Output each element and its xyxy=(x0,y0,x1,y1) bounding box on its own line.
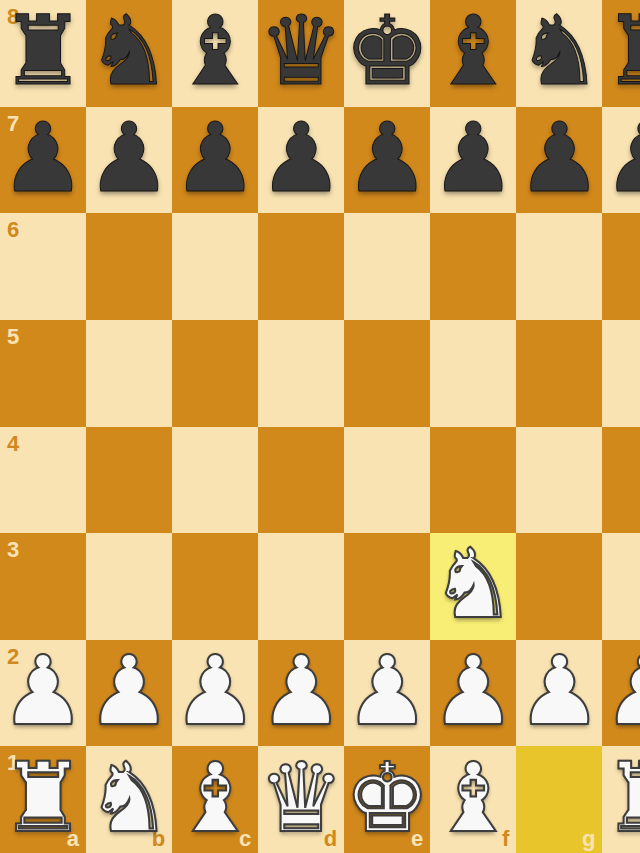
square-e7[interactable]: ♟ xyxy=(344,107,430,214)
square-h5[interactable] xyxy=(602,320,640,427)
square-f3[interactable]: ♞ xyxy=(430,533,516,640)
square-b3[interactable] xyxy=(86,533,172,640)
piece-white-pawn[interactable]: ♟ xyxy=(86,643,172,739)
square-h6[interactable] xyxy=(602,213,640,320)
piece-black-pawn[interactable]: ♟ xyxy=(344,110,430,206)
square-c1[interactable]: c♝ xyxy=(172,746,258,853)
square-d1[interactable]: d♛ xyxy=(258,746,344,853)
piece-white-bishop[interactable]: ♝ xyxy=(172,750,258,846)
piece-white-knight[interactable]: ♞ xyxy=(430,536,516,632)
square-d3[interactable] xyxy=(258,533,344,640)
square-g5[interactable] xyxy=(516,320,602,427)
square-c7[interactable]: ♟ xyxy=(172,107,258,214)
piece-black-rook[interactable]: ♜ xyxy=(602,3,640,99)
piece-black-pawn[interactable]: ♟ xyxy=(86,110,172,206)
square-b6[interactable] xyxy=(86,213,172,320)
square-h8[interactable]: ♜ xyxy=(602,0,640,107)
piece-black-pawn[interactable]: ♟ xyxy=(172,110,258,206)
square-g2[interactable]: ♟ xyxy=(516,640,602,747)
piece-white-pawn[interactable]: ♟ xyxy=(344,643,430,739)
piece-black-pawn[interactable]: ♟ xyxy=(602,110,640,206)
piece-black-bishop[interactable]: ♝ xyxy=(172,3,258,99)
square-h7[interactable]: ♟ xyxy=(602,107,640,214)
square-f6[interactable] xyxy=(430,213,516,320)
piece-white-pawn[interactable]: ♟ xyxy=(430,643,516,739)
square-g8[interactable]: ♞ xyxy=(516,0,602,107)
square-f4[interactable] xyxy=(430,427,516,534)
piece-white-pawn[interactable]: ♟ xyxy=(172,643,258,739)
square-h4[interactable] xyxy=(602,427,640,534)
square-a3[interactable]: 3 xyxy=(0,533,86,640)
piece-white-knight[interactable]: ♞ xyxy=(86,750,172,846)
piece-white-bishop[interactable]: ♝ xyxy=(430,750,516,846)
square-d5[interactable] xyxy=(258,320,344,427)
square-c8[interactable]: ♝ xyxy=(172,0,258,107)
square-b7[interactable]: ♟ xyxy=(86,107,172,214)
square-g1[interactable]: g xyxy=(516,746,602,853)
piece-white-queen[interactable]: ♛ xyxy=(258,750,344,846)
square-a8[interactable]: 8♜ xyxy=(0,0,86,107)
square-d6[interactable] xyxy=(258,213,344,320)
square-b5[interactable] xyxy=(86,320,172,427)
square-f1[interactable]: f♝ xyxy=(430,746,516,853)
square-f5[interactable] xyxy=(430,320,516,427)
chess-board: 8♜♞♝♛♚♝♞♜7♟♟♟♟♟♟♟♟6543♞2♟♟♟♟♟♟♟♟1a♜b♞c♝d… xyxy=(0,0,640,853)
piece-white-pawn[interactable]: ♟ xyxy=(602,643,640,739)
piece-black-pawn[interactable]: ♟ xyxy=(258,110,344,206)
square-e8[interactable]: ♚ xyxy=(344,0,430,107)
square-b1[interactable]: b♞ xyxy=(86,746,172,853)
rank-label-6: 6 xyxy=(7,219,19,241)
square-a2[interactable]: 2♟ xyxy=(0,640,86,747)
square-g6[interactable] xyxy=(516,213,602,320)
square-d4[interactable] xyxy=(258,427,344,534)
square-e5[interactable] xyxy=(344,320,430,427)
square-a7[interactable]: 7♟ xyxy=(0,107,86,214)
piece-white-rook[interactable]: ♜ xyxy=(602,750,640,846)
square-g3[interactable] xyxy=(516,533,602,640)
piece-white-pawn[interactable]: ♟ xyxy=(258,643,344,739)
square-h2[interactable]: ♟ xyxy=(602,640,640,747)
square-e4[interactable] xyxy=(344,427,430,534)
square-c3[interactable] xyxy=(172,533,258,640)
square-b2[interactable]: ♟ xyxy=(86,640,172,747)
square-d8[interactable]: ♛ xyxy=(258,0,344,107)
square-d7[interactable]: ♟ xyxy=(258,107,344,214)
square-f7[interactable]: ♟ xyxy=(430,107,516,214)
piece-white-rook[interactable]: ♜ xyxy=(0,750,86,846)
piece-black-knight[interactable]: ♞ xyxy=(516,3,602,99)
square-e6[interactable] xyxy=(344,213,430,320)
rank-label-3: 3 xyxy=(7,539,19,561)
piece-black-queen[interactable]: ♛ xyxy=(258,3,344,99)
square-b8[interactable]: ♞ xyxy=(86,0,172,107)
file-label-g: g xyxy=(582,828,595,850)
rank-label-4: 4 xyxy=(7,433,19,455)
piece-black-knight[interactable]: ♞ xyxy=(86,3,172,99)
square-h3[interactable] xyxy=(602,533,640,640)
piece-black-pawn[interactable]: ♟ xyxy=(0,110,86,206)
piece-white-king[interactable]: ♚ xyxy=(344,750,430,846)
piece-white-pawn[interactable]: ♟ xyxy=(516,643,602,739)
square-e2[interactable]: ♟ xyxy=(344,640,430,747)
square-c2[interactable]: ♟ xyxy=(172,640,258,747)
square-c6[interactable] xyxy=(172,213,258,320)
square-g7[interactable]: ♟ xyxy=(516,107,602,214)
square-a5[interactable]: 5 xyxy=(0,320,86,427)
rank-label-5: 5 xyxy=(7,326,19,348)
square-c5[interactable] xyxy=(172,320,258,427)
piece-white-pawn[interactable]: ♟ xyxy=(0,643,86,739)
piece-black-king[interactable]: ♚ xyxy=(344,3,430,99)
square-a1[interactable]: 1a♜ xyxy=(0,746,86,853)
square-g4[interactable] xyxy=(516,427,602,534)
square-d2[interactable]: ♟ xyxy=(258,640,344,747)
square-b4[interactable] xyxy=(86,427,172,534)
piece-black-pawn[interactable]: ♟ xyxy=(516,110,602,206)
piece-black-rook[interactable]: ♜ xyxy=(0,3,86,99)
square-a4[interactable]: 4 xyxy=(0,427,86,534)
piece-black-bishop[interactable]: ♝ xyxy=(430,3,516,99)
square-f8[interactable]: ♝ xyxy=(430,0,516,107)
piece-black-pawn[interactable]: ♟ xyxy=(430,110,516,206)
square-c4[interactable] xyxy=(172,427,258,534)
square-h1[interactable]: h♜ xyxy=(602,746,640,853)
square-e1[interactable]: e♚ xyxy=(344,746,430,853)
square-a6[interactable]: 6 xyxy=(0,213,86,320)
square-e3[interactable] xyxy=(344,533,430,640)
square-f2[interactable]: ♟ xyxy=(430,640,516,747)
